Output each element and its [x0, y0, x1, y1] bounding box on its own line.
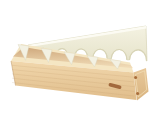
- scene-svg: [0, 0, 150, 125]
- dowel-pin-bottom: [136, 92, 139, 95]
- dowel-pin-top: [134, 76, 137, 79]
- product-photo: [0, 0, 150, 125]
